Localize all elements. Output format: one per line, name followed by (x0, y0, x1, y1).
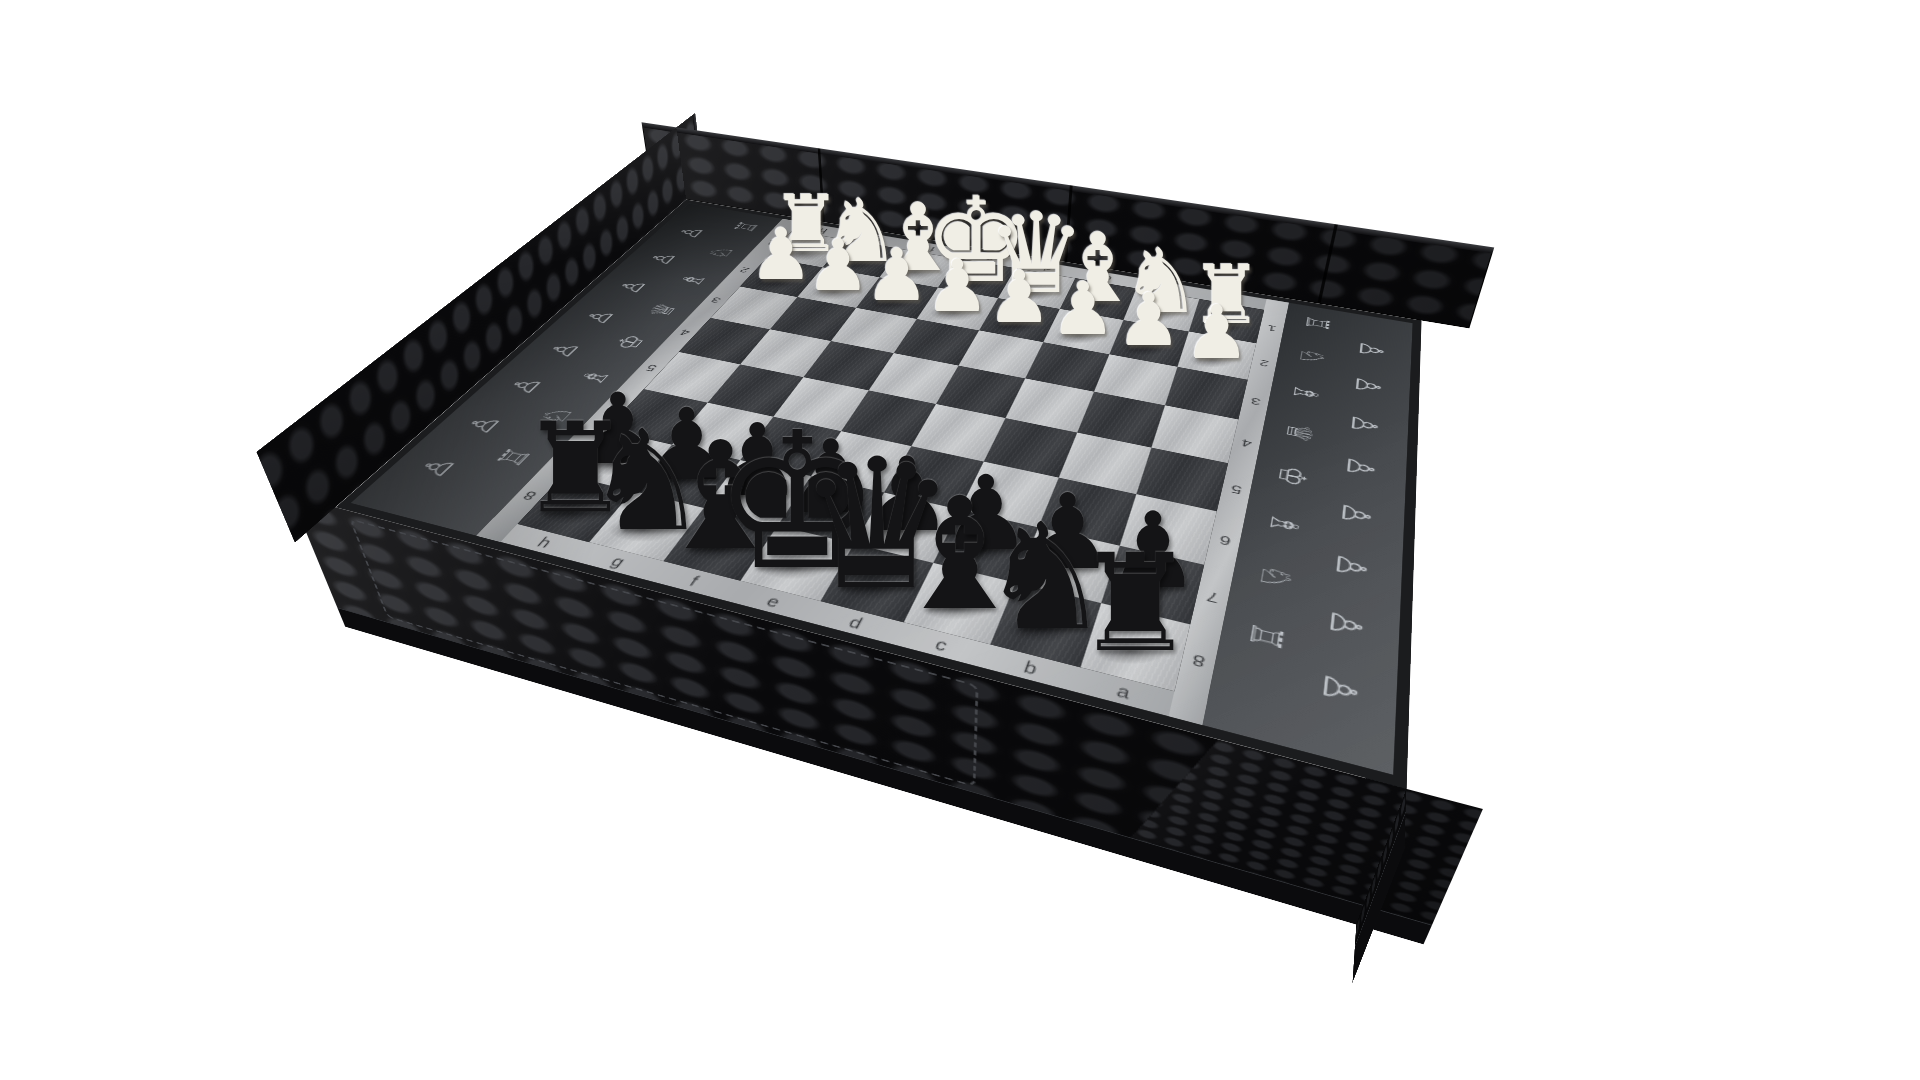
left-tray-pawn-icon: ♙ (541, 340, 588, 361)
right-tray-knight-icon: ♘ (1292, 346, 1332, 367)
right-tray-pawn-icon: ♙ (1333, 500, 1380, 530)
rank-label-left-4: 4 (677, 327, 693, 338)
right-tray-pawn-icon: ♙ (1312, 668, 1367, 710)
right-tray-pawn-icon: ♙ (1338, 454, 1383, 481)
piece-white-pawn-e2[interactable]: ♟ (925, 250, 990, 322)
piece-white-pawn-a2[interactable]: ♟ (1184, 295, 1250, 369)
piece-white-pawn-b2[interactable]: ♟ (1116, 284, 1181, 357)
right-tray-queen-icon: ♕ (1278, 420, 1322, 445)
rank-label-right-4: 4 (1240, 437, 1253, 451)
product-photo-stage: ♜♞♝♛♚♝♞♜♟♟♟♟♟♟♟♟♟♟♟♟♟♟♟♟♜♞♝♛♚♝♞♜ ♖♙♘♙♗♙♕… (0, 0, 1920, 1080)
rank-label-right-7: 7 (1205, 588, 1220, 607)
piece-white-pawn-f2[interactable]: ♟ (865, 239, 930, 311)
piece-white-pawn-h2[interactable]: ♟ (750, 219, 814, 290)
left-tray-pawn-icon: ♙ (642, 250, 683, 266)
left-tray-queen-icon: ♕ (641, 301, 684, 320)
right-tray-pawn-icon: ♙ (1320, 606, 1372, 643)
right-tray-rook-icon: ♖ (1239, 618, 1293, 656)
right-tray-pawn-icon: ♙ (1343, 412, 1385, 437)
left-tray-pawn-icon: ♙ (671, 225, 710, 240)
rank-label-right-6: 6 (1218, 532, 1232, 549)
left-tray-pawn-icon: ♙ (611, 278, 653, 296)
right-tray-rook-icon: ♖ (1298, 313, 1336, 332)
right-tray-pawn-icon: ♙ (1352, 340, 1391, 361)
right-tray-bishop-icon: ♗ (1285, 381, 1327, 404)
piece-black-rook-a8[interactable]: ♜ (1075, 537, 1196, 672)
right-tray-knight-icon: ♘ (1250, 560, 1301, 594)
right-tray-king-icon: ♔ (1269, 462, 1315, 490)
pieces-layer: ♜♞♝♛♚♝♞♜♟♟♟♟♟♟♟♟♟♟♟♟♟♟♟♟♜♞♝♛♚♝♞♜ (0, 0, 1920, 1080)
piece-white-pawn-g2[interactable]: ♟ (807, 229, 871, 300)
right-tray-pawn-icon: ♙ (1348, 374, 1389, 397)
piece-white-pawn-d2[interactable]: ♟ (987, 261, 1052, 333)
left-tray-pawn-icon: ♙ (410, 454, 465, 481)
right-tray-bishop-icon: ♗ (1260, 509, 1308, 540)
rank-label-right-5: 5 (1230, 482, 1243, 497)
rank-label-right-3: 3 (1250, 395, 1262, 407)
piece-white-pawn-c2[interactable]: ♟ (1051, 272, 1116, 345)
rank-label-right-2: 2 (1258, 358, 1269, 369)
file-label-near-a: a (1115, 680, 1133, 702)
left-tray-pawn-icon: ♙ (577, 307, 621, 326)
rank-label-right-1: 1 (1266, 323, 1277, 333)
right-tray-pawn-icon: ♙ (1326, 550, 1375, 583)
rank-label-left-3: 3 (708, 295, 723, 305)
left-tray-king-icon: ♔ (607, 332, 653, 352)
wall-seam (1317, 224, 1337, 304)
left-tray-knight-icon: ♘ (701, 244, 741, 260)
left-tray-pawn-icon: ♙ (458, 412, 510, 437)
left-tray-pawn-icon: ♙ (501, 374, 550, 397)
left-tray-bishop-icon: ♗ (672, 271, 714, 288)
